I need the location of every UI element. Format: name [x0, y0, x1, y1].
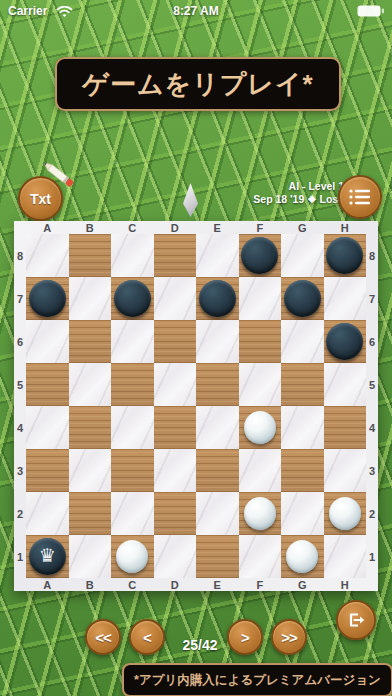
rank-label-left-5: 5 — [14, 363, 26, 406]
square-F6[interactable] — [239, 320, 282, 363]
last-move-label: >> — [281, 629, 297, 646]
move-counter: 25/42 — [168, 637, 232, 653]
square-G4[interactable] — [281, 406, 324, 449]
file-label-D-top: D — [154, 221, 197, 234]
rank-label-right-1: 1 — [366, 535, 378, 578]
square-F3[interactable] — [239, 449, 282, 492]
square-E1[interactable] — [196, 535, 239, 578]
premium-banner: *アプリ内購入によるプレミアムバージョン — [122, 663, 392, 696]
exit-button[interactable] — [336, 600, 376, 640]
replay-banner-label: ゲームをリプレイ* — [82, 67, 313, 102]
black-man-H8[interactable] — [326, 237, 363, 274]
black-king-A1[interactable]: ♛ — [29, 538, 66, 575]
file-label-B-bottom: B — [69, 578, 112, 591]
square-E3[interactable] — [196, 449, 239, 492]
file-label-G-top: G — [281, 221, 324, 234]
file-label-C-bottom: C — [111, 578, 154, 591]
file-label-G-bottom: G — [281, 578, 324, 591]
square-E6[interactable] — [196, 320, 239, 363]
game-info-date-result: Sep 18 '19 ❖ Lose — [253, 193, 344, 206]
square-H4[interactable] — [324, 406, 367, 449]
square-C4[interactable] — [111, 406, 154, 449]
square-E2[interactable] — [196, 492, 239, 535]
square-B4[interactable] — [69, 406, 112, 449]
square-G8[interactable] — [281, 234, 324, 277]
status-bar: Carrier 8:27 AM — [0, 0, 392, 22]
square-H8[interactable] — [324, 234, 367, 277]
app-screen: Carrier 8:27 AM ゲームをリプレイ* Txt — [0, 0, 392, 696]
square-H3[interactable] — [324, 449, 367, 492]
menu-list-icon — [348, 188, 372, 206]
file-label-F-bottom: F — [239, 578, 282, 591]
square-G5[interactable] — [281, 363, 324, 406]
white-man-G1[interactable] — [286, 540, 318, 573]
rank-label-right-2: 2 — [366, 492, 378, 535]
rank-label-left-2: 2 — [14, 492, 26, 535]
file-label-C-top: C — [111, 221, 154, 234]
menu-button[interactable] — [338, 175, 382, 219]
rank-label-left-7: 7 — [14, 277, 26, 320]
square-G3[interactable] — [281, 449, 324, 492]
white-man-C1[interactable] — [116, 540, 148, 573]
game-info-level: AI - Level 1 — [253, 180, 344, 193]
square-D7[interactable] — [154, 277, 197, 320]
square-D3[interactable] — [154, 449, 197, 492]
rank-label-right-7: 7 — [366, 277, 378, 320]
square-H5[interactable] — [324, 363, 367, 406]
square-D1[interactable] — [154, 535, 197, 578]
square-A7[interactable] — [26, 277, 69, 320]
square-D4[interactable] — [154, 406, 197, 449]
square-D2[interactable] — [154, 492, 197, 535]
file-label-A-bottom: A — [26, 578, 69, 591]
prev-move-button[interactable]: < — [129, 619, 165, 655]
board-corner-top — [14, 221, 26, 234]
rank-label-left-3: 3 — [14, 449, 26, 492]
replay-banner: ゲームをリプレイ* — [55, 57, 341, 111]
square-H2[interactable] — [324, 492, 367, 535]
black-man-H6[interactable] — [326, 323, 363, 360]
rank-label-left-1: 1 — [14, 535, 26, 578]
square-H7[interactable] — [324, 277, 367, 320]
board: ABCDEFGH887766554433221♛1ABCDEFGH — [14, 221, 378, 591]
txt-button-label: Txt — [30, 191, 51, 207]
square-B5[interactable] — [69, 363, 112, 406]
square-G2[interactable] — [281, 492, 324, 535]
square-B1[interactable] — [69, 535, 112, 578]
first-move-button[interactable]: << — [85, 619, 121, 655]
square-B3[interactable] — [69, 449, 112, 492]
file-label-E-bottom: E — [196, 578, 239, 591]
square-F4[interactable] — [239, 406, 282, 449]
king-crown-icon: ♛ — [39, 546, 56, 565]
first-move-label: << — [95, 629, 111, 646]
rank-label-right-8: 8 — [366, 234, 378, 277]
rank-label-right-3: 3 — [366, 449, 378, 492]
clock: 8:27 AM — [0, 4, 392, 18]
file-label-H-top: H — [324, 221, 367, 234]
square-G7[interactable] — [281, 277, 324, 320]
white-man-H2[interactable] — [329, 497, 361, 530]
white-man-F2[interactable] — [244, 497, 276, 530]
txt-button[interactable]: Txt — [18, 176, 63, 221]
square-A1[interactable]: ♛ — [26, 535, 69, 578]
square-A5[interactable] — [26, 363, 69, 406]
square-B7[interactable] — [69, 277, 112, 320]
file-label-E-top: E — [196, 221, 239, 234]
square-G1[interactable] — [281, 535, 324, 578]
rank-label-right-4: 4 — [366, 406, 378, 449]
square-A8[interactable] — [26, 234, 69, 277]
square-B8[interactable] — [69, 234, 112, 277]
black-man-A7[interactable] — [29, 280, 66, 317]
square-A3[interactable] — [26, 449, 69, 492]
file-label-F-top: F — [239, 221, 282, 234]
square-F2[interactable] — [239, 492, 282, 535]
board-corner-bottom — [14, 578, 26, 591]
game-info: AI - Level 1 Sep 18 '19 ❖ Lose — [253, 180, 344, 205]
rank-label-right-6: 6 — [366, 320, 378, 363]
square-G6[interactable] — [281, 320, 324, 363]
board-corner-top — [366, 221, 378, 234]
square-F1[interactable] — [239, 535, 282, 578]
last-move-button[interactable]: >> — [271, 619, 307, 655]
square-F8[interactable] — [239, 234, 282, 277]
black-man-F8[interactable] — [241, 237, 278, 274]
square-E7[interactable] — [196, 277, 239, 320]
next-move-button[interactable]: > — [227, 619, 263, 655]
square-C8[interactable] — [111, 234, 154, 277]
square-E5[interactable] — [196, 363, 239, 406]
black-man-G7[interactable] — [284, 280, 321, 317]
square-H6[interactable] — [324, 320, 367, 363]
rank-label-right-5: 5 — [366, 363, 378, 406]
premium-banner-label: *アプリ内購入によるプレミアムバージョン — [134, 672, 381, 689]
exit-icon — [345, 609, 367, 631]
prev-move-label: < — [143, 629, 151, 646]
battery-icon — [357, 5, 384, 17]
turn-marker-gem — [183, 183, 198, 217]
square-C5[interactable] — [111, 363, 154, 406]
square-F7[interactable] — [239, 277, 282, 320]
rank-label-left-6: 6 — [14, 320, 26, 363]
square-B2[interactable] — [69, 492, 112, 535]
file-label-B-top: B — [69, 221, 112, 234]
square-C7[interactable] — [111, 277, 154, 320]
square-E8[interactable] — [196, 234, 239, 277]
square-F5[interactable] — [239, 363, 282, 406]
rank-label-left-4: 4 — [14, 406, 26, 449]
square-C6[interactable] — [111, 320, 154, 363]
square-C3[interactable] — [111, 449, 154, 492]
square-C1[interactable] — [111, 535, 154, 578]
file-label-A-top: A — [26, 221, 69, 234]
next-move-label: > — [241, 629, 249, 646]
square-A6[interactable] — [26, 320, 69, 363]
square-A4[interactable] — [26, 406, 69, 449]
square-E4[interactable] — [196, 406, 239, 449]
square-D8[interactable] — [154, 234, 197, 277]
black-man-C7[interactable] — [114, 280, 151, 317]
black-man-E7[interactable] — [199, 280, 236, 317]
file-label-D-bottom: D — [154, 578, 197, 591]
square-C2[interactable] — [111, 492, 154, 535]
square-H1[interactable] — [324, 535, 367, 578]
file-label-H-bottom: H — [324, 578, 367, 591]
rank-label-left-8: 8 — [14, 234, 26, 277]
square-D6[interactable] — [154, 320, 197, 363]
square-D5[interactable] — [154, 363, 197, 406]
square-B6[interactable] — [69, 320, 112, 363]
board-corner-bottom — [366, 578, 378, 591]
square-A2[interactable] — [26, 492, 69, 535]
white-man-F4[interactable] — [244, 411, 276, 444]
